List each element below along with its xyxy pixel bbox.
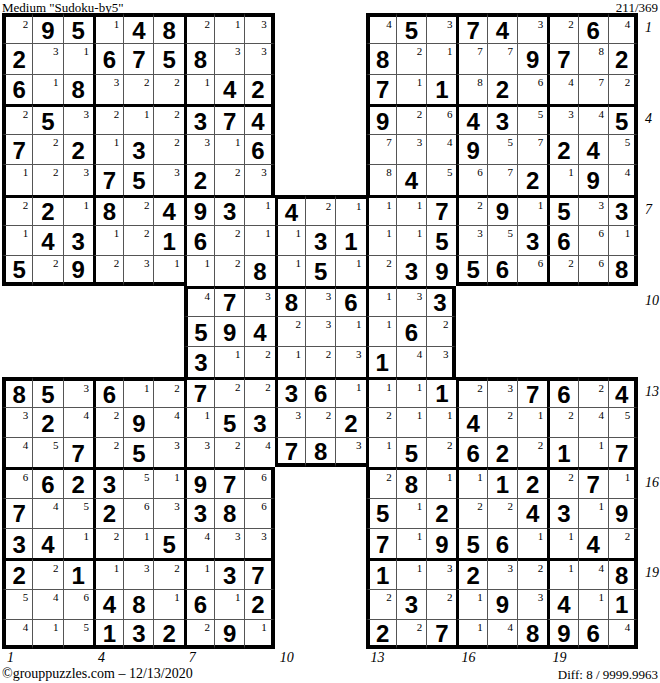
cell-r12c7[interactable]: 3: [184, 346, 214, 376]
cell-r4c14[interactable]: 2: [396, 104, 426, 134]
cell-r2c17[interactable]: 7: [487, 43, 517, 73]
cell-r20c8[interactable]: 1: [214, 589, 244, 619]
cell-r15c20[interactable]: 1: [578, 437, 608, 467]
cell-r20c13[interactable]: 2: [366, 589, 396, 619]
cell-r7c5[interactable]: 2: [123, 195, 153, 225]
cell-r3c18[interactable]: 6: [517, 74, 547, 104]
cell-r17c2[interactable]: 4: [32, 498, 62, 528]
cell-r14c14[interactable]: 1: [396, 407, 426, 437]
cell-r12c12[interactable]: 3: [335, 346, 365, 376]
cell-r5c14[interactable]: 3: [396, 134, 426, 164]
cell-r10c8[interactable]: 7: [214, 286, 244, 316]
cell-r14c13[interactable]: 2: [366, 407, 396, 437]
cell-r16c1[interactable]: 6: [2, 467, 32, 497]
cell-r4c17[interactable]: 3: [487, 104, 517, 134]
cell-r20c3[interactable]: 6: [63, 589, 93, 619]
cell-r8c11[interactable]: 3: [305, 225, 335, 255]
cell-r18c7[interactable]: 4: [184, 528, 214, 558]
cell-r17c19[interactable]: 3: [547, 498, 577, 528]
cell-r6c5[interactable]: 5: [123, 164, 153, 194]
cell-r14c9[interactable]: 3: [244, 407, 274, 437]
cell-r14c15[interactable]: 1: [426, 407, 456, 437]
cell-r6c4[interactable]: 7: [93, 164, 123, 194]
cell-r13c17[interactable]: 3: [487, 377, 517, 407]
cell-r13c1[interactable]: 8: [2, 377, 32, 407]
cell-r19c20[interactable]: 4: [578, 558, 608, 588]
cell-r8c15[interactable]: 5: [426, 225, 456, 255]
cell-r7c12[interactable]: 1: [335, 195, 365, 225]
cell-r21c14[interactable]: 2: [396, 619, 426, 649]
cell-r19c13[interactable]: 1: [366, 558, 396, 588]
cell-r14c6[interactable]: 4: [153, 407, 183, 437]
cell-r21c21[interactable]: 4: [608, 619, 638, 649]
cell-r4c19[interactable]: 3: [547, 104, 577, 134]
cell-r8c13[interactable]: 1: [366, 225, 396, 255]
cell-r15c14[interactable]: 5: [396, 437, 426, 467]
cell-r13c14[interactable]: 1: [396, 377, 426, 407]
cell-r7c8[interactable]: 3: [214, 195, 244, 225]
cell-r4c1[interactable]: 2: [2, 104, 32, 134]
cell-r8c20[interactable]: 6: [578, 225, 608, 255]
cell-r14c7[interactable]: 1: [184, 407, 214, 437]
cell-r1c4[interactable]: 1: [93, 13, 123, 43]
cell-r2c16[interactable]: 7: [456, 43, 486, 73]
cell-r21c15[interactable]: 7: [426, 619, 456, 649]
cell-r18c17[interactable]: 6: [487, 528, 517, 558]
cell-r15c11[interactable]: 8: [305, 437, 335, 467]
cell-r6c16[interactable]: 6: [456, 164, 486, 194]
cell-r18c18[interactable]: 1: [517, 528, 547, 558]
cell-r11c9[interactable]: 4: [244, 316, 274, 346]
cell-r21c13[interactable]: 2: [366, 619, 396, 649]
cell-r4c7[interactable]: 3: [184, 104, 214, 134]
cell-r19c9[interactable]: 7: [244, 558, 274, 588]
cell-r13c19[interactable]: 6: [547, 377, 577, 407]
cell-r16c19[interactable]: 2: [547, 467, 577, 497]
cell-r5c4[interactable]: 1: [93, 134, 123, 164]
cell-r20c5[interactable]: 8: [123, 589, 153, 619]
cell-r7c19[interactable]: 5: [547, 195, 577, 225]
cell-r13c5[interactable]: 1: [123, 377, 153, 407]
cell-r6c6[interactable]: 3: [153, 164, 183, 194]
cell-r13c8[interactable]: 2: [214, 377, 244, 407]
cell-r10c15[interactable]: 3: [426, 286, 456, 316]
cell-r6c21[interactable]: 4: [608, 164, 638, 194]
cell-r1c13[interactable]: 4: [366, 13, 396, 43]
cell-r20c4[interactable]: 4: [93, 589, 123, 619]
cell-r6c17[interactable]: 7: [487, 164, 517, 194]
cell-r1c19[interactable]: 2: [547, 13, 577, 43]
cell-r16c17[interactable]: 1: [487, 467, 517, 497]
cell-r20c14[interactable]: 3: [396, 589, 426, 619]
cell-r2c18[interactable]: 9: [517, 43, 547, 73]
cell-r17c14[interactable]: 1: [396, 498, 426, 528]
cell-r1c18[interactable]: 3: [517, 13, 547, 43]
cell-r3c21[interactable]: 2: [608, 74, 638, 104]
cell-r7c3[interactable]: 1: [63, 195, 93, 225]
cell-r20c17[interactable]: 9: [487, 589, 517, 619]
cell-r5c5[interactable]: 3: [123, 134, 153, 164]
cell-r7c14[interactable]: 1: [396, 195, 426, 225]
cell-r7c20[interactable]: 3: [578, 195, 608, 225]
cell-r4c15[interactable]: 6: [426, 104, 456, 134]
cell-r3c16[interactable]: 8: [456, 74, 486, 104]
cell-r9c21[interactable]: 8: [608, 255, 638, 285]
cell-r9c2[interactable]: 2: [32, 255, 62, 285]
cell-r21c1[interactable]: 4: [2, 619, 32, 649]
cell-r2c13[interactable]: 8: [366, 43, 396, 73]
cell-r9c10[interactable]: 1: [275, 255, 305, 285]
cell-r7c6[interactable]: 4: [153, 195, 183, 225]
cell-r1c14[interactable]: 5: [396, 13, 426, 43]
cell-r3c3[interactable]: 8: [63, 74, 93, 104]
cell-r20c20[interactable]: 1: [578, 589, 608, 619]
cell-r21c16[interactable]: 1: [456, 619, 486, 649]
cell-r4c21[interactable]: 5: [608, 104, 638, 134]
cell-r19c8[interactable]: 3: [214, 558, 244, 588]
cell-r5c17[interactable]: 5: [487, 134, 517, 164]
cell-r16c5[interactable]: 5: [123, 467, 153, 497]
cell-r7c7[interactable]: 9: [184, 195, 214, 225]
cell-r20c7[interactable]: 6: [184, 589, 214, 619]
cell-r17c7[interactable]: 3: [184, 498, 214, 528]
cell-r16c3[interactable]: 2: [63, 467, 93, 497]
cell-r11c14[interactable]: 6: [396, 316, 426, 346]
cell-r21c7[interactable]: 2: [184, 619, 214, 649]
cell-r9c4[interactable]: 2: [93, 255, 123, 285]
cell-r2c4[interactable]: 6: [93, 43, 123, 73]
cell-r9c5[interactable]: 3: [123, 255, 153, 285]
cell-r7c2[interactable]: 2: [32, 195, 62, 225]
cell-r21c20[interactable]: 6: [578, 619, 608, 649]
cell-r8c8[interactable]: 2: [214, 225, 244, 255]
cell-r1c5[interactable]: 4: [123, 13, 153, 43]
cell-r3c19[interactable]: 4: [547, 74, 577, 104]
cell-r1c6[interactable]: 8: [153, 13, 183, 43]
cell-r19c14[interactable]: 1: [396, 558, 426, 588]
cell-r17c4[interactable]: 2: [93, 498, 123, 528]
cell-r15c1[interactable]: 4: [2, 437, 32, 467]
cell-r1c3[interactable]: 5: [63, 13, 93, 43]
cell-r15c4[interactable]: 2: [93, 437, 123, 467]
cell-r15c21[interactable]: 7: [608, 437, 638, 467]
cell-r21c2[interactable]: 1: [32, 619, 62, 649]
cell-r11c11[interactable]: 3: [305, 316, 335, 346]
cell-r15c19[interactable]: 1: [547, 437, 577, 467]
cell-r7c15[interactable]: 7: [426, 195, 456, 225]
cell-r7c10[interactable]: 4: [275, 195, 305, 225]
cell-r8c5[interactable]: 2: [123, 225, 153, 255]
cell-r4c4[interactable]: 2: [93, 104, 123, 134]
cell-r5c21[interactable]: 5: [608, 134, 638, 164]
cell-r15c7[interactable]: 3: [184, 437, 214, 467]
cell-r10c13[interactable]: 1: [366, 286, 396, 316]
cell-r18c15[interactable]: 9: [426, 528, 456, 558]
cell-r10c11[interactable]: 3: [305, 286, 335, 316]
cell-r8c7[interactable]: 6: [184, 225, 214, 255]
cell-r5c15[interactable]: 4: [426, 134, 456, 164]
cell-r14c3[interactable]: 4: [63, 407, 93, 437]
cell-r9c7[interactable]: 1: [184, 255, 214, 285]
cell-r16c13[interactable]: 2: [366, 467, 396, 497]
cell-r3c20[interactable]: 7: [578, 74, 608, 104]
cell-r2c5[interactable]: 7: [123, 43, 153, 73]
cell-r18c9[interactable]: 3: [244, 528, 274, 558]
cell-r4c3[interactable]: 3: [63, 104, 93, 134]
cell-r11c7[interactable]: 5: [184, 316, 214, 346]
cell-r6c8[interactable]: 2: [214, 164, 244, 194]
cell-r9c6[interactable]: 1: [153, 255, 183, 285]
cell-r1c7[interactable]: 2: [184, 13, 214, 43]
cell-r12c10[interactable]: 1: [275, 346, 305, 376]
cell-r14c17[interactable]: 2: [487, 407, 517, 437]
cell-r14c20[interactable]: 4: [578, 407, 608, 437]
cell-r15c5[interactable]: 5: [123, 437, 153, 467]
cell-r2c6[interactable]: 5: [153, 43, 183, 73]
cell-r4c20[interactable]: 4: [578, 104, 608, 134]
cell-r2c7[interactable]: 8: [184, 43, 214, 73]
cell-r6c9[interactable]: 3: [244, 164, 274, 194]
cell-r2c21[interactable]: 2: [608, 43, 638, 73]
cell-r3c2[interactable]: 1: [32, 74, 62, 104]
cell-r7c9[interactable]: 1: [244, 195, 274, 225]
cell-r8c3[interactable]: 3: [63, 225, 93, 255]
cell-r20c15[interactable]: 2: [426, 589, 456, 619]
cell-r4c9[interactable]: 4: [244, 104, 274, 134]
cell-r1c9[interactable]: 3: [244, 13, 274, 43]
cell-r3c7[interactable]: 1: [184, 74, 214, 104]
cell-r14c2[interactable]: 2: [32, 407, 62, 437]
cell-r19c6[interactable]: 2: [153, 558, 183, 588]
cell-r16c7[interactable]: 9: [184, 467, 214, 497]
cell-r15c16[interactable]: 6: [456, 437, 486, 467]
cell-r8c17[interactable]: 5: [487, 225, 517, 255]
cell-r5c16[interactable]: 9: [456, 134, 486, 164]
cell-r20c9[interactable]: 2: [244, 589, 274, 619]
cell-r12c9[interactable]: 2: [244, 346, 274, 376]
cell-r15c13[interactable]: 1: [366, 437, 396, 467]
cell-r14c11[interactable]: 2: [305, 407, 335, 437]
cell-r1c1[interactable]: 2: [2, 13, 32, 43]
cell-r13c6[interactable]: 2: [153, 377, 183, 407]
cell-r7c18[interactable]: 1: [517, 195, 547, 225]
cell-r7c21[interactable]: 3: [608, 195, 638, 225]
cell-r8c1[interactable]: 1: [2, 225, 32, 255]
cell-r13c20[interactable]: 2: [578, 377, 608, 407]
cell-r12c15[interactable]: 3: [426, 346, 456, 376]
cell-r12c14[interactable]: 4: [396, 346, 426, 376]
cell-r15c3[interactable]: 7: [63, 437, 93, 467]
cell-r2c19[interactable]: 7: [547, 43, 577, 73]
cell-r20c21[interactable]: 1: [608, 589, 638, 619]
cell-r19c3[interactable]: 1: [63, 558, 93, 588]
cell-r1c20[interactable]: 6: [578, 13, 608, 43]
cell-r17c16[interactable]: 2: [456, 498, 486, 528]
cell-r8c14[interactable]: 1: [396, 225, 426, 255]
cell-r11c12[interactable]: 1: [335, 316, 365, 346]
cell-r12c11[interactable]: 2: [305, 346, 335, 376]
cell-r14c5[interactable]: 9: [123, 407, 153, 437]
cell-r16c4[interactable]: 3: [93, 467, 123, 497]
cell-r15c18[interactable]: 2: [517, 437, 547, 467]
cell-r8c10[interactable]: 1: [275, 225, 305, 255]
cell-r8c16[interactable]: 3: [456, 225, 486, 255]
cell-r21c18[interactable]: 8: [517, 619, 547, 649]
cell-r9c20[interactable]: 6: [578, 255, 608, 285]
cell-r17c21[interactable]: 9: [608, 498, 638, 528]
cell-r9c18[interactable]: 6: [517, 255, 547, 285]
cell-r4c2[interactable]: 5: [32, 104, 62, 134]
cell-r13c3[interactable]: 3: [63, 377, 93, 407]
cell-r2c1[interactable]: 2: [2, 43, 32, 73]
cell-r20c1[interactable]: 5: [2, 589, 32, 619]
cell-r19c7[interactable]: 1: [184, 558, 214, 588]
cell-r13c4[interactable]: 6: [93, 377, 123, 407]
cell-r19c19[interactable]: 1: [547, 558, 577, 588]
cell-r20c2[interactable]: 4: [32, 589, 62, 619]
cell-r19c16[interactable]: 2: [456, 558, 486, 588]
cell-r13c2[interactable]: 5: [32, 377, 62, 407]
cell-r19c18[interactable]: 2: [517, 558, 547, 588]
cell-r4c8[interactable]: 7: [214, 104, 244, 134]
cell-r10c9[interactable]: 3: [244, 286, 274, 316]
cell-r16c15[interactable]: 1: [426, 467, 456, 497]
cell-r5c7[interactable]: 3: [184, 134, 214, 164]
cell-r5c8[interactable]: 1: [214, 134, 244, 164]
cell-r18c19[interactable]: 1: [547, 528, 577, 558]
cell-r15c9[interactable]: 4: [244, 437, 274, 467]
cell-r16c2[interactable]: 6: [32, 467, 62, 497]
cell-r12c8[interactable]: 1: [214, 346, 244, 376]
cell-r2c3[interactable]: 1: [63, 43, 93, 73]
cell-r13c7[interactable]: 7: [184, 377, 214, 407]
cell-r7c11[interactable]: 2: [305, 195, 335, 225]
cell-r3c6[interactable]: 2: [153, 74, 183, 104]
cell-r6c20[interactable]: 9: [578, 164, 608, 194]
cell-r18c6[interactable]: 5: [153, 528, 183, 558]
cell-r13c11[interactable]: 6: [305, 377, 335, 407]
cell-r3c14[interactable]: 1: [396, 74, 426, 104]
cell-r9c19[interactable]: 2: [547, 255, 577, 285]
cell-r9c8[interactable]: 2: [214, 255, 244, 285]
cell-r20c18[interactable]: 3: [517, 589, 547, 619]
cell-r17c9[interactable]: 6: [244, 498, 274, 528]
cell-r21c8[interactable]: 9: [214, 619, 244, 649]
cell-r17c6[interactable]: 3: [153, 498, 183, 528]
cell-r11c15[interactable]: 2: [426, 316, 456, 346]
cell-r5c13[interactable]: 7: [366, 134, 396, 164]
cell-r18c14[interactable]: 1: [396, 528, 426, 558]
cell-r1c21[interactable]: 4: [608, 13, 638, 43]
cell-r21c19[interactable]: 9: [547, 619, 577, 649]
cell-r3c15[interactable]: 1: [426, 74, 456, 104]
cell-r9c12[interactable]: 1: [335, 255, 365, 285]
cell-r3c8[interactable]: 4: [214, 74, 244, 104]
cell-r19c1[interactable]: 2: [2, 558, 32, 588]
cell-r14c19[interactable]: 2: [547, 407, 577, 437]
cell-r17c20[interactable]: 1: [578, 498, 608, 528]
cell-r13c10[interactable]: 3: [275, 377, 305, 407]
cell-r8c19[interactable]: 6: [547, 225, 577, 255]
cell-r9c11[interactable]: 5: [305, 255, 335, 285]
cell-r2c14[interactable]: 2: [396, 43, 426, 73]
cell-r4c16[interactable]: 4: [456, 104, 486, 134]
cell-r8c18[interactable]: 3: [517, 225, 547, 255]
cell-r13c9[interactable]: 2: [244, 377, 274, 407]
cell-r7c1[interactable]: 2: [2, 195, 32, 225]
cell-r3c5[interactable]: 2: [123, 74, 153, 104]
cell-r6c18[interactable]: 2: [517, 164, 547, 194]
cell-r16c18[interactable]: 2: [517, 467, 547, 497]
cell-r8c21[interactable]: 1: [608, 225, 638, 255]
cell-r6c1[interactable]: 1: [2, 164, 32, 194]
cell-r13c18[interactable]: 7: [517, 377, 547, 407]
cell-r10c12[interactable]: 6: [335, 286, 365, 316]
cell-r1c16[interactable]: 7: [456, 13, 486, 43]
cell-r4c13[interactable]: 9: [366, 104, 396, 134]
cell-r15c8[interactable]: 2: [214, 437, 244, 467]
cell-r11c10[interactable]: 2: [275, 316, 305, 346]
cell-r10c10[interactable]: 8: [275, 286, 305, 316]
cell-r5c9[interactable]: 6: [244, 134, 274, 164]
cell-r18c1[interactable]: 3: [2, 528, 32, 558]
cell-r2c20[interactable]: 8: [578, 43, 608, 73]
cell-r14c4[interactable]: 2: [93, 407, 123, 437]
cell-r16c20[interactable]: 7: [578, 467, 608, 497]
cell-r8c4[interactable]: 1: [93, 225, 123, 255]
cell-r6c14[interactable]: 4: [396, 164, 426, 194]
cell-r6c19[interactable]: 1: [547, 164, 577, 194]
cell-r17c3[interactable]: 5: [63, 498, 93, 528]
cell-r7c4[interactable]: 8: [93, 195, 123, 225]
cell-r9c1[interactable]: 5: [2, 255, 32, 285]
cell-r2c2[interactable]: 3: [32, 43, 62, 73]
cell-r8c2[interactable]: 4: [32, 225, 62, 255]
cell-r14c21[interactable]: 5: [608, 407, 638, 437]
cell-r12c13[interactable]: 1: [366, 346, 396, 376]
cell-r14c1[interactable]: 3: [2, 407, 32, 437]
cell-r18c8[interactable]: 3: [214, 528, 244, 558]
cell-r14c18[interactable]: 1: [517, 407, 547, 437]
cell-r18c3[interactable]: 1: [63, 528, 93, 558]
cell-r3c9[interactable]: 2: [244, 74, 274, 104]
cell-r9c9[interactable]: 8: [244, 255, 274, 285]
cell-r9c13[interactable]: 2: [366, 255, 396, 285]
cell-r8c6[interactable]: 1: [153, 225, 183, 255]
cell-r13c21[interactable]: 4: [608, 377, 638, 407]
cell-r6c13[interactable]: 8: [366, 164, 396, 194]
cell-r15c15[interactable]: 2: [426, 437, 456, 467]
cell-r9c16[interactable]: 5: [456, 255, 486, 285]
cell-r19c4[interactable]: 1: [93, 558, 123, 588]
cell-r16c21[interactable]: 1: [608, 467, 638, 497]
cell-r14c16[interactable]: 4: [456, 407, 486, 437]
cell-r18c4[interactable]: 2: [93, 528, 123, 558]
cell-r6c7[interactable]: 2: [184, 164, 214, 194]
cell-r5c1[interactable]: 7: [2, 134, 32, 164]
cell-r21c4[interactable]: 1: [93, 619, 123, 649]
cell-r7c13[interactable]: 1: [366, 195, 396, 225]
cell-r5c3[interactable]: 2: [63, 134, 93, 164]
cell-r15c12[interactable]: 3: [335, 437, 365, 467]
cell-r9c15[interactable]: 9: [426, 255, 456, 285]
cell-r14c10[interactable]: 3: [275, 407, 305, 437]
cell-r16c9[interactable]: 6: [244, 467, 274, 497]
cell-r19c15[interactable]: 3: [426, 558, 456, 588]
cell-r5c19[interactable]: 2: [547, 134, 577, 164]
cell-r18c20[interactable]: 4: [578, 528, 608, 558]
cell-r17c13[interactable]: 5: [366, 498, 396, 528]
